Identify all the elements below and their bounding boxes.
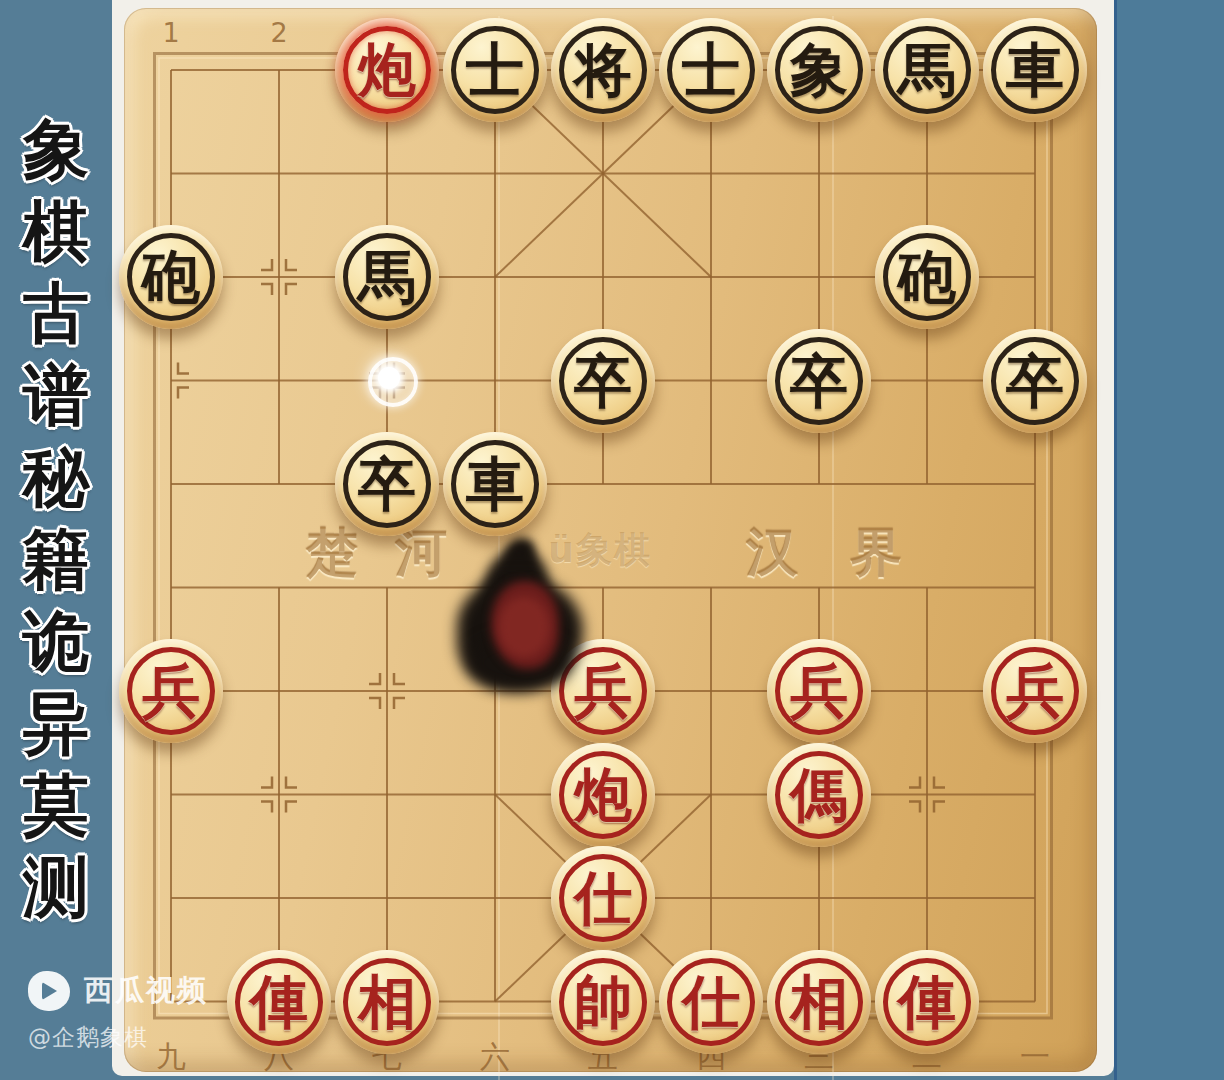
piece-black-士[interactable]: 士 [659, 18, 763, 122]
piece-red-兵[interactable]: 兵 [119, 639, 223, 743]
piece-character: 砲 [142, 248, 200, 306]
piece-character: 炮 [358, 41, 416, 99]
river-app-watermark: ü象棋 [548, 526, 652, 575]
piece-character: 仕 [682, 973, 740, 1031]
xigua-video-icon [28, 971, 70, 1011]
piece-character: 俥 [250, 973, 308, 1031]
file-label-bottom: 一 [1020, 1037, 1050, 1078]
piece-character: 相 [358, 973, 416, 1031]
piece-character: 象 [790, 41, 848, 99]
title-char: 古 [0, 281, 112, 347]
piece-black-卒[interactable]: 卒 [335, 432, 439, 536]
play-icon [42, 982, 57, 1000]
piece-character: 車 [1006, 41, 1064, 99]
piece-red-相[interactable]: 相 [767, 950, 871, 1054]
file-label-top: 1 [162, 17, 179, 48]
xigua-watermark: 西瓜视频 [28, 971, 208, 1011]
piece-black-砲[interactable]: 砲 [875, 225, 979, 329]
file-label-bottom: 六 [480, 1037, 510, 1078]
piece-red-俥[interactable]: 俥 [875, 950, 979, 1054]
piece-character: 兵 [574, 662, 632, 720]
piece-character: 仕 [574, 869, 632, 927]
title-char: 籍 [0, 527, 112, 593]
title-char: 谱 [0, 363, 112, 429]
piece-black-車[interactable]: 車 [983, 18, 1087, 122]
piece-black-卒[interactable]: 卒 [767, 329, 871, 433]
piece-red-仕[interactable]: 仕 [659, 950, 763, 1054]
piece-character: 馬 [358, 248, 416, 306]
piece-character: 士 [682, 41, 740, 99]
screenshot-root: 123456789九八七六五四三二一 楚河 汉界 ü象棋 炮士将士象馬車砲馬砲卒… [0, 0, 1224, 1080]
ink-blot-red-highlight [499, 597, 549, 657]
move-origin-glow-core [378, 367, 400, 389]
piece-black-卒[interactable]: 卒 [983, 329, 1087, 433]
piece-black-馬[interactable]: 馬 [335, 225, 439, 329]
piece-black-象[interactable]: 象 [767, 18, 871, 122]
title-char: 异 [0, 691, 112, 757]
watermark-brand-text: 西瓜视频 [84, 971, 208, 1011]
left-title-banner: 象棋古谱秘籍诡异莫测 [0, 0, 112, 1080]
piece-red-帥[interactable]: 帥 [551, 950, 655, 1054]
piece-black-卒[interactable]: 卒 [551, 329, 655, 433]
file-label-bottom: 九 [156, 1037, 186, 1078]
piece-character: 炮 [574, 766, 632, 824]
watermark-handle-text: @企鹅象棋 [28, 1022, 148, 1053]
piece-character: 卒 [574, 352, 632, 410]
piece-black-砲[interactable]: 砲 [119, 225, 223, 329]
piece-red-兵[interactable]: 兵 [983, 639, 1087, 743]
piece-character: 兵 [1006, 662, 1064, 720]
title-char: 测 [0, 855, 112, 921]
piece-character: 卒 [790, 352, 848, 410]
piece-red-兵[interactable]: 兵 [767, 639, 871, 743]
piece-character: 兵 [142, 662, 200, 720]
title-char: 莫 [0, 773, 112, 839]
piece-character: 卒 [1006, 352, 1064, 410]
piece-black-馬[interactable]: 馬 [875, 18, 979, 122]
piece-character: 相 [790, 973, 848, 1031]
piece-character: 俥 [898, 973, 956, 1031]
piece-black-車[interactable]: 車 [443, 432, 547, 536]
piece-red-炮[interactable]: 炮 [335, 18, 439, 122]
piece-red-仕[interactable]: 仕 [551, 846, 655, 950]
piece-character: 傌 [790, 766, 848, 824]
piece-red-俥[interactable]: 俥 [227, 950, 331, 1054]
piece-red-相[interactable]: 相 [335, 950, 439, 1054]
title-char: 秘 [0, 445, 112, 511]
file-label-top: 2 [270, 17, 287, 48]
piece-character: 馬 [898, 41, 956, 99]
piece-character: 卒 [358, 455, 416, 513]
piece-black-士[interactable]: 士 [443, 18, 547, 122]
title-char: 诡 [0, 609, 112, 675]
piece-character: 車 [466, 455, 524, 513]
title-char: 象 [0, 117, 112, 183]
piece-character: 砲 [898, 248, 956, 306]
title-char: 棋 [0, 199, 112, 265]
piece-character: 将 [574, 41, 632, 99]
piece-character: 帥 [574, 973, 632, 1031]
piece-black-将[interactable]: 将 [551, 18, 655, 122]
piece-character: 兵 [790, 662, 848, 720]
piece-character: 士 [466, 41, 524, 99]
river-text-right: 汉界 [746, 518, 954, 588]
piece-red-傌[interactable]: 傌 [767, 743, 871, 847]
river-text-hanjie: 汉界 [746, 518, 954, 588]
piece-red-炮[interactable]: 炮 [551, 743, 655, 847]
